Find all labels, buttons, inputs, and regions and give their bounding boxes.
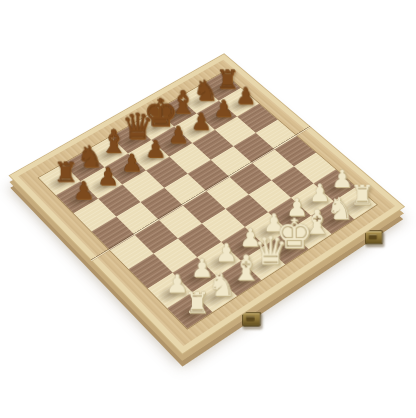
piece-black-pawn[interactable]: ♟ bbox=[213, 98, 234, 120]
board-grid: ♜♞♝♛♚♝♞♜♟♟♟♟♟♟♟♟♟♟♟♟♟♟♟♟♜♞♝♛♚♝♞♜ bbox=[38, 72, 378, 330]
clasp-hook bbox=[369, 234, 377, 239]
brass-clasp bbox=[365, 230, 383, 244]
piece-white-rook[interactable]: ♜ bbox=[350, 183, 374, 209]
piece-white-rook[interactable]: ♜ bbox=[184, 289, 210, 317]
piece-black-pawn[interactable]: ♟ bbox=[168, 125, 189, 147]
piece-black-pawn[interactable]: ♟ bbox=[191, 111, 212, 133]
board-frame: ♜♞♝♛♚♝♞♜♟♟♟♟♟♟♟♟♟♟♟♟♟♟♟♟♜♞♝♛♚♝♞♜ bbox=[18, 60, 395, 346]
piece-black-pawn[interactable]: ♟ bbox=[97, 166, 119, 189]
piece-white-knight[interactable]: ♞ bbox=[208, 270, 237, 300]
piece-black-pawn[interactable]: ♟ bbox=[145, 138, 166, 160]
chess-board: ♜♞♝♛♚♝♞♜♟♟♟♟♟♟♟♟♟♟♟♟♟♟♟♟♜♞♝♛♚♝♞♜ bbox=[8, 53, 405, 354]
clasp-hook bbox=[246, 316, 255, 321]
piece-black-pawn[interactable]: ♟ bbox=[73, 180, 95, 203]
piece-black-pawn[interactable]: ♟ bbox=[235, 85, 255, 107]
piece-black-pawn[interactable]: ♟ bbox=[121, 152, 142, 175]
brass-clasp bbox=[242, 311, 261, 326]
photo-scene: ♜♞♝♛♚♝♞♜♟♟♟♟♟♟♟♟♟♟♟♟♟♟♟♟♜♞♝♛♚♝♞♜ bbox=[0, 0, 416, 418]
